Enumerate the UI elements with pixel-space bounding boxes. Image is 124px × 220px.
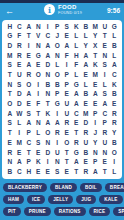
grid-cell[interactable]: K: [34, 158, 44, 168]
grid-cell[interactable]: A: [53, 119, 63, 129]
grid-cell[interactable]: Y: [110, 129, 120, 139]
word-chip: SPINACH: [113, 207, 124, 216]
word-chip: RATIONS: [54, 207, 86, 216]
header-title-group: i FOOD FOUND 0/19: [44, 4, 82, 16]
grid-cell[interactable]: R: [5, 148, 15, 158]
grid-cell[interactable]: A: [91, 90, 101, 100]
grid-cell[interactable]: I: [34, 90, 44, 100]
word-list-row-3: PITPRUNERATIONSRICESPINACH: [0, 207, 124, 216]
grid-cell[interactable]: I: [34, 80, 44, 90]
grid-cell[interactable]: Y: [81, 41, 91, 51]
grid-cell[interactable]: K: [72, 22, 82, 32]
grid-cell[interactable]: S: [62, 22, 72, 32]
grid-cell[interactable]: R: [81, 129, 91, 139]
grid-cell[interactable]: A: [24, 119, 34, 129]
grid-cell[interactable]: S: [5, 61, 15, 71]
grid-cell[interactable]: A: [72, 158, 82, 168]
grid-cell[interactable]: P: [24, 158, 34, 168]
grid-cell[interactable]: U: [100, 22, 110, 32]
grid-cell[interactable]: P: [62, 80, 72, 90]
grid-cell[interactable]: T: [62, 158, 72, 168]
grid-cell[interactable]: K: [91, 61, 101, 71]
grid-cell[interactable]: C: [110, 70, 120, 80]
grid-cell[interactable]: A: [43, 41, 53, 51]
grid-cell[interactable]: D: [15, 90, 25, 100]
grid-cell[interactable]: X: [91, 41, 101, 51]
grid-cell[interactable]: R: [72, 138, 82, 148]
grid-cell[interactable]: Y: [91, 138, 101, 148]
grid-cell[interactable]: E: [5, 138, 15, 148]
grid-cell[interactable]: I: [62, 61, 72, 71]
grid-cell[interactable]: Y: [91, 32, 101, 42]
grid-cell[interactable]: M: [5, 51, 15, 61]
grid-cell[interactable]: R: [100, 129, 110, 139]
header-bar: ← i FOOD FOUND 0/19 9:56: [0, 3, 124, 20]
grid-cell[interactable]: I: [53, 109, 63, 119]
grid-cell[interactable]: N: [53, 158, 63, 168]
grid-cell[interactable]: R: [15, 41, 25, 51]
grid-cell[interactable]: A: [72, 90, 82, 100]
grid-cell[interactable]: U: [100, 138, 110, 148]
grid-cell[interactable]: T: [24, 32, 34, 42]
word-chip: PIT: [3, 207, 21, 216]
grid-cell[interactable]: E: [62, 90, 72, 100]
grid-cell[interactable]: G: [53, 100, 63, 110]
grid-cell[interactable]: P: [91, 109, 101, 119]
grid-cell[interactable]: E: [81, 70, 91, 80]
grid-cell[interactable]: A: [62, 41, 72, 51]
grid-cell[interactable]: C: [15, 22, 25, 32]
grid-cell[interactable]: O: [53, 41, 63, 51]
grid-cell[interactable]: R: [53, 129, 63, 139]
grid-cell[interactable]: P: [24, 129, 34, 139]
grid-cell[interactable]: B: [53, 80, 63, 90]
grid-cell[interactable]: I: [24, 41, 34, 51]
grid-cell[interactable]: O: [110, 148, 120, 158]
grid-cell[interactable]: N: [91, 148, 101, 158]
grid-cell[interactable]: T: [72, 167, 82, 177]
grid-cell[interactable]: C: [15, 167, 25, 177]
grid-cell[interactable]: A: [43, 51, 53, 61]
grid-cell[interactable]: P: [53, 22, 63, 32]
grid-cell[interactable]: R: [24, 70, 34, 80]
grid-cell[interactable]: I: [100, 70, 110, 80]
grid-cell[interactable]: E: [15, 61, 25, 71]
grid-cell[interactable]: T: [100, 32, 110, 42]
grid-cell[interactable]: A: [81, 61, 91, 71]
grid-cell[interactable]: I: [110, 158, 120, 168]
grid-cell[interactable]: A: [5, 109, 15, 119]
grid-cell[interactable]: M: [15, 138, 25, 148]
grid-cell[interactable]: N: [100, 51, 110, 61]
grid-cell[interactable]: S: [100, 90, 110, 100]
grid-cell[interactable]: B: [81, 90, 91, 100]
grid-cell[interactable]: O: [53, 70, 63, 80]
word-chip: PRUNE: [24, 207, 51, 216]
grid-cell[interactable]: I: [43, 158, 53, 168]
grid-cell[interactable]: B: [110, 90, 120, 100]
grid-cell[interactable]: O: [43, 129, 53, 139]
grid-cell[interactable]: M: [81, 109, 91, 119]
grid-cell[interactable]: C: [100, 109, 110, 119]
grid-cell[interactable]: N: [5, 158, 15, 168]
grid-cell[interactable]: U: [62, 100, 72, 110]
grid-cell[interactable]: L: [53, 61, 63, 71]
grid-cell[interactable]: N: [53, 51, 63, 61]
word-list-row-1: BLACKBERRYBLANDBOILBREAKFAST: [0, 183, 124, 192]
grid-cell[interactable]: S: [24, 109, 34, 119]
word-chip: KALE: [99, 195, 122, 204]
grid-cell[interactable]: T: [5, 90, 15, 100]
grid-cell[interactable]: E: [81, 100, 91, 110]
grid-cell[interactable]: H: [72, 51, 82, 61]
word-chip: JUG: [76, 195, 96, 204]
grid-cell[interactable]: S: [5, 119, 15, 129]
grid-cell[interactable]: A: [72, 100, 82, 110]
grid-cell[interactable]: B: [81, 22, 91, 32]
grid-cell[interactable]: J: [91, 129, 101, 139]
grid-cell[interactable]: D: [43, 61, 53, 71]
grid-cell[interactable]: S: [34, 138, 44, 148]
grid-cell[interactable]: T: [72, 129, 82, 139]
grid-cell[interactable]: L: [110, 51, 120, 61]
grid-cell[interactable]: T: [24, 148, 34, 158]
word-chip: JELLY: [48, 195, 73, 204]
grid-cell[interactable]: A: [24, 61, 34, 71]
grid-cell[interactable]: T: [100, 167, 110, 177]
grid-cell[interactable]: E: [34, 167, 44, 177]
grid-cell[interactable]: A: [91, 167, 101, 177]
grid-cell[interactable]: E: [100, 41, 110, 51]
page-title: FOOD: [58, 4, 82, 11]
grid-cell[interactable]: E: [24, 51, 34, 61]
grid-cell[interactable]: D: [81, 119, 91, 129]
grid-cell[interactable]: W: [15, 109, 25, 119]
grid-cell[interactable]: N: [34, 41, 44, 51]
grid-cell[interactable]: D: [43, 148, 53, 158]
grid-cell[interactable]: A: [24, 22, 34, 32]
grid-cell[interactable]: L: [15, 119, 25, 129]
grid-cell[interactable]: N: [34, 22, 44, 32]
grid-cell[interactable]: L: [72, 41, 82, 51]
grid-cell[interactable]: R: [62, 119, 72, 129]
grid-cell[interactable]: S: [100, 61, 110, 71]
grid-cell[interactable]: B: [5, 167, 15, 177]
grid-cell[interactable]: U: [62, 109, 72, 119]
grid-cell[interactable]: F: [15, 32, 25, 42]
grid-cell[interactable]: N: [43, 70, 53, 80]
grid-cell[interactable]: P: [100, 119, 110, 129]
grid-cell[interactable]: O: [62, 138, 72, 148]
grid-cell[interactable]: G: [72, 148, 82, 158]
word-list-row-2: HAMICEJELLYJUGKALELIME: [0, 195, 124, 204]
back-arrow-icon[interactable]: ←: [5, 5, 14, 18]
word-list: BLACKBERRYBLANDBOILBREAKFAST HAMICEJELLY…: [0, 183, 124, 219]
title-block: FOOD FOUND 0/19: [58, 4, 82, 16]
grid-cell[interactable]: J: [53, 32, 63, 42]
grid-cell[interactable]: N: [43, 90, 53, 100]
grid-cell[interactable]: B: [81, 148, 91, 158]
grid-cell[interactable]: E: [72, 119, 82, 129]
grid-cell[interactable]: A: [100, 100, 110, 110]
grid-cell[interactable]: O: [5, 100, 15, 110]
grid-cell[interactable]: I: [43, 22, 53, 32]
grid-cell[interactable]: L: [81, 32, 91, 42]
grid-cell[interactable]: L: [72, 70, 82, 80]
grid-cell[interactable]: S: [53, 167, 63, 177]
grid-cell[interactable]: N: [34, 119, 44, 129]
grid-cell[interactable]: S: [15, 80, 25, 90]
grid-cell[interactable]: G: [5, 32, 15, 42]
grid-cell[interactable]: L: [72, 32, 82, 42]
grid-cell[interactable]: F: [72, 61, 82, 71]
word-chip: BLACKBERRY: [3, 183, 47, 192]
letter-grid[interactable]: HCANIPSKBMUGGFTVCJELLYTLDRINAOALYXEBMREG…: [2, 20, 122, 179]
grid-cell[interactable]: E: [34, 61, 44, 71]
grid-cell[interactable]: O: [24, 80, 34, 90]
grid-cell[interactable]: T: [5, 129, 15, 139]
grid-cell[interactable]: M: [91, 70, 101, 80]
grid-cell[interactable]: B: [43, 80, 53, 90]
grid-cell[interactable]: C: [24, 138, 34, 148]
grid-cell[interactable]: L: [100, 80, 110, 90]
word-chip: RICE: [89, 207, 111, 216]
grid-cell[interactable]: R: [15, 51, 25, 61]
grid-cell[interactable]: E: [43, 167, 53, 177]
grid-cell[interactable]: V: [34, 32, 44, 42]
grid-cell[interactable]: E: [91, 100, 101, 110]
grid-cell[interactable]: R: [110, 119, 120, 129]
grid-cell[interactable]: I: [15, 129, 25, 139]
grid-cell[interactable]: H: [24, 167, 34, 177]
grid-cell[interactable]: T: [62, 148, 72, 158]
grid-cell[interactable]: E: [62, 129, 72, 139]
grid-cell[interactable]: E: [81, 158, 91, 168]
grid-cell[interactable]: H: [5, 22, 15, 32]
grid-cell[interactable]: T: [43, 100, 53, 110]
word-chip: BLAND: [50, 183, 77, 192]
grid-cell[interactable]: P: [91, 158, 101, 168]
grid-cell[interactable]: E: [34, 148, 44, 158]
grid-cell[interactable]: U: [53, 148, 63, 158]
grid-cell[interactable]: D: [5, 41, 15, 51]
grid-cell[interactable]: L: [110, 167, 120, 177]
word-chip: ICE: [27, 195, 45, 204]
grid-cell[interactable]: I: [53, 138, 63, 148]
grid-cell[interactable]: E: [15, 148, 25, 158]
grid-cell[interactable]: N: [100, 148, 110, 158]
grid-cell[interactable]: B: [110, 41, 120, 51]
grid-cell[interactable]: F: [62, 51, 72, 61]
found-counter: FOUND 0/19: [58, 11, 82, 16]
grid-cell[interactable]: E: [91, 80, 101, 90]
grid-cell[interactable]: A: [110, 61, 120, 71]
grid-cell[interactable]: P: [62, 70, 72, 80]
grid-cell[interactable]: C: [43, 32, 53, 42]
grid-cell[interactable]: K: [110, 80, 120, 90]
grid-cell[interactable]: E: [100, 158, 110, 168]
grid-cell[interactable]: U: [15, 70, 25, 80]
grid-cell[interactable]: E: [62, 32, 72, 42]
grid-cell[interactable]: E: [110, 100, 120, 110]
grid-cell[interactable]: K: [43, 109, 53, 119]
grid-cell[interactable]: B: [110, 138, 120, 148]
grid-cell[interactable]: E: [62, 167, 72, 177]
grid-cell[interactable]: U: [81, 138, 91, 148]
grid-cell[interactable]: A: [81, 51, 91, 61]
grid-cell[interactable]: N: [43, 138, 53, 148]
grid-cell[interactable]: I: [91, 119, 101, 129]
grid-cell[interactable]: M: [91, 22, 101, 32]
word-chip: HAM: [3, 195, 24, 204]
grid-cell[interactable]: O: [34, 70, 44, 80]
grid-cell[interactable]: T: [34, 109, 44, 119]
grid-cell[interactable]: N: [5, 80, 15, 90]
grid-cell[interactable]: R: [110, 109, 120, 119]
category-info-icon[interactable]: i: [44, 4, 55, 15]
grid-cell[interactable]: L: [81, 80, 91, 90]
grid-cell[interactable]: T: [91, 51, 101, 61]
grid-cell[interactable]: F: [34, 100, 44, 110]
grid-cell[interactable]: G: [110, 22, 120, 32]
grid-cell[interactable]: A: [24, 90, 34, 100]
grid-cell[interactable]: E: [24, 100, 34, 110]
grid-cell[interactable]: L: [34, 129, 44, 139]
grid-cell[interactable]: G: [72, 80, 82, 90]
grid-cell[interactable]: P: [53, 90, 63, 100]
grid-cell[interactable]: D: [15, 100, 25, 110]
grid-cell[interactable]: C: [72, 109, 82, 119]
grid-cell[interactable]: A: [15, 158, 25, 168]
grid-cell[interactable]: T: [5, 70, 15, 80]
grid-cell[interactable]: R: [81, 167, 91, 177]
word-chip: BOIL: [80, 183, 102, 192]
grid-cell[interactable]: L: [110, 32, 120, 42]
word-chip: BREAKFAST: [105, 183, 124, 192]
grid-cell[interactable]: A: [43, 119, 53, 129]
timer: 9:56: [107, 7, 120, 14]
grid-cell[interactable]: G: [34, 51, 44, 61]
